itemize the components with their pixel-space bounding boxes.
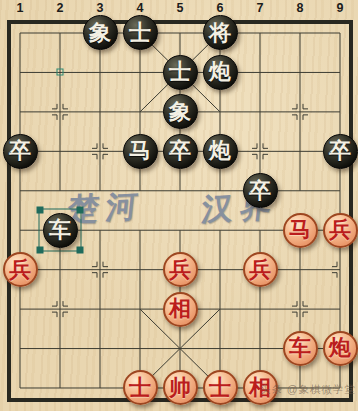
board-point[interactable]: 卒: [0, 132, 40, 171]
board-point[interactable]: [160, 329, 200, 368]
board-point[interactable]: [200, 329, 240, 368]
piece-black-advisor[interactable]: 士: [163, 55, 198, 90]
piece-red-advisor[interactable]: 士: [203, 370, 238, 405]
piece-red-advisor[interactable]: 士: [123, 370, 158, 405]
board-point[interactable]: [80, 92, 120, 131]
board-point[interactable]: [40, 171, 80, 210]
board-point[interactable]: 车: [40, 210, 80, 249]
piece-red-chariot[interactable]: 车: [283, 331, 318, 366]
piece-black-soldier[interactable]: 卒: [243, 173, 278, 208]
board-point[interactable]: [240, 132, 280, 171]
board-point[interactable]: [40, 289, 80, 328]
board-point[interactable]: [240, 92, 280, 131]
piece-black-general[interactable]: 将: [203, 15, 238, 50]
board-point[interactable]: [160, 13, 200, 52]
board-point[interactable]: [0, 92, 40, 131]
board-point[interactable]: [200, 210, 240, 249]
board-point[interactable]: [240, 329, 280, 368]
board-point[interactable]: 卒: [320, 132, 358, 171]
board-point[interactable]: [80, 329, 120, 368]
board-point[interactable]: 炮: [200, 132, 240, 171]
piece-black-cannon[interactable]: 炮: [203, 134, 238, 169]
piece-glyph: 卒: [169, 140, 191, 162]
board-point[interactable]: [200, 171, 240, 210]
piece-glyph: 象: [89, 22, 111, 44]
board-point[interactable]: [320, 289, 358, 328]
board-point[interactable]: 炮: [320, 329, 358, 368]
piece-glyph: 兵: [329, 219, 351, 241]
board-point[interactable]: [0, 171, 40, 210]
board-point[interactable]: [120, 289, 160, 328]
board-point[interactable]: 兵: [160, 250, 200, 289]
board-point[interactable]: [40, 250, 80, 289]
board-point[interactable]: [0, 368, 40, 407]
board-point[interactable]: [80, 171, 120, 210]
board-point[interactable]: [160, 171, 200, 210]
board-point[interactable]: [0, 329, 40, 368]
piece-glyph: 车: [49, 219, 71, 241]
piece-glyph: 卒: [329, 140, 351, 162]
board-point[interactable]: [320, 171, 358, 210]
piece-red-soldier[interactable]: 兵: [323, 213, 358, 248]
piece-black-soldier[interactable]: 卒: [163, 134, 198, 169]
piece-glyph: 相: [169, 298, 191, 320]
board-point[interactable]: [40, 132, 80, 171]
board-point[interactable]: 兵: [320, 210, 358, 249]
board-point[interactable]: [240, 210, 280, 249]
board-point[interactable]: [0, 289, 40, 328]
board-point[interactable]: [80, 53, 120, 92]
board-point[interactable]: [80, 289, 120, 328]
piece-glyph: 炮: [209, 61, 231, 83]
piece-glyph: 士: [209, 377, 231, 399]
board-point[interactable]: [200, 92, 240, 131]
piece-glyph: 兵: [9, 259, 31, 281]
board-point[interactable]: 相: [160, 289, 200, 328]
board-point[interactable]: 马: [120, 132, 160, 171]
board-point[interactable]: [240, 53, 280, 92]
board-point[interactable]: 车: [280, 329, 320, 368]
board-point[interactable]: [40, 329, 80, 368]
board-point[interactable]: [80, 210, 120, 249]
watermark: 头条 @象棋微学堂: [260, 383, 356, 397]
board-point[interactable]: 卒: [160, 132, 200, 171]
board-point[interactable]: [280, 13, 320, 52]
board-point[interactable]: 象: [80, 13, 120, 52]
board-point[interactable]: 兵: [240, 250, 280, 289]
board-point[interactable]: [280, 289, 320, 328]
board-point[interactable]: [280, 92, 320, 131]
board-point[interactable]: [120, 210, 160, 249]
board-point[interactable]: [40, 53, 80, 92]
piece-black-horse[interactable]: 马: [123, 134, 158, 169]
board-point[interactable]: 士: [120, 368, 160, 407]
board-point[interactable]: [240, 13, 280, 52]
piece-glyph: 帅: [169, 377, 191, 399]
piece-grid: 象士将士炮象卒马卒炮卒卒车马兵兵兵兵相车炮士帅士相: [0, 13, 358, 407]
piece-red-general[interactable]: 帅: [163, 370, 198, 405]
piece-red-cannon[interactable]: 炮: [323, 331, 358, 366]
board-point[interactable]: [280, 250, 320, 289]
piece-glyph: 士: [129, 22, 151, 44]
board-point[interactable]: [200, 250, 240, 289]
board-point[interactable]: [80, 250, 120, 289]
board-point[interactable]: 炮: [200, 53, 240, 92]
board-point[interactable]: 兵: [0, 250, 40, 289]
board-point[interactable]: [160, 210, 200, 249]
piece-black-soldier[interactable]: 卒: [3, 134, 38, 169]
board-point[interactable]: [120, 171, 160, 210]
board-point[interactable]: [280, 132, 320, 171]
board-point[interactable]: [80, 132, 120, 171]
piece-glyph: 象: [169, 101, 191, 123]
board-point[interactable]: [120, 329, 160, 368]
piece-red-horse[interactable]: 马: [283, 213, 318, 248]
board-point[interactable]: 马: [280, 210, 320, 249]
piece-glyph: 将: [209, 22, 231, 44]
piece-glyph: 马: [289, 219, 311, 241]
piece-glyph: 兵: [249, 259, 271, 281]
piece-glyph: 士: [169, 61, 191, 83]
board-point[interactable]: [0, 210, 40, 249]
board-point[interactable]: [0, 13, 40, 52]
piece-black-elephant[interactable]: 象: [163, 94, 198, 129]
piece-glyph: 炮: [209, 140, 231, 162]
board-point[interactable]: 卒: [240, 171, 280, 210]
board-point[interactable]: [40, 92, 80, 131]
piece-glyph: 士: [129, 377, 151, 399]
piece-glyph: 卒: [9, 140, 31, 162]
board-point[interactable]: 士: [200, 368, 240, 407]
board-point[interactable]: [40, 368, 80, 407]
xiangqi-board: 123456789 楚河 汉界 象士将士炮象卒马卒炮卒卒车马兵兵兵兵相车炮士帅士…: [0, 0, 358, 411]
piece-red-soldier[interactable]: 兵: [243, 252, 278, 287]
board-point[interactable]: [120, 92, 160, 131]
piece-glyph: 兵: [169, 259, 191, 281]
board-point[interactable]: [280, 53, 320, 92]
piece-glyph: 炮: [329, 337, 351, 359]
piece-glyph: 卒: [249, 180, 271, 202]
piece-red-soldier[interactable]: 兵: [3, 252, 38, 287]
board-point[interactable]: [320, 92, 358, 131]
piece-black-chariot[interactable]: 车: [43, 213, 78, 248]
board-point[interactable]: [80, 368, 120, 407]
piece-glyph: 车: [289, 337, 311, 359]
board-point[interactable]: [120, 53, 160, 92]
board-point[interactable]: 将: [200, 13, 240, 52]
piece-red-elephant[interactable]: 相: [163, 292, 198, 327]
piece-glyph: 马: [129, 140, 151, 162]
piece-black-elephant[interactable]: 象: [83, 15, 118, 50]
board-point[interactable]: [120, 250, 160, 289]
board-point[interactable]: [320, 13, 358, 52]
board-point[interactable]: [280, 171, 320, 210]
board-point[interactable]: [0, 53, 40, 92]
piece-black-cannon[interactable]: 炮: [203, 55, 238, 90]
board-point[interactable]: 帅: [160, 368, 200, 407]
piece-red-soldier[interactable]: 兵: [163, 252, 198, 287]
board-point[interactable]: [40, 13, 80, 52]
board-point[interactable]: 象: [160, 92, 200, 131]
piece-black-soldier[interactable]: 卒: [323, 134, 358, 169]
board-point[interactable]: 士: [120, 13, 160, 52]
piece-black-advisor[interactable]: 士: [123, 15, 158, 50]
board-point[interactable]: [320, 250, 358, 289]
board-point[interactable]: [200, 289, 240, 328]
board-point[interactable]: 士: [160, 53, 200, 92]
board-point[interactable]: [240, 289, 280, 328]
board-point[interactable]: [320, 53, 358, 92]
